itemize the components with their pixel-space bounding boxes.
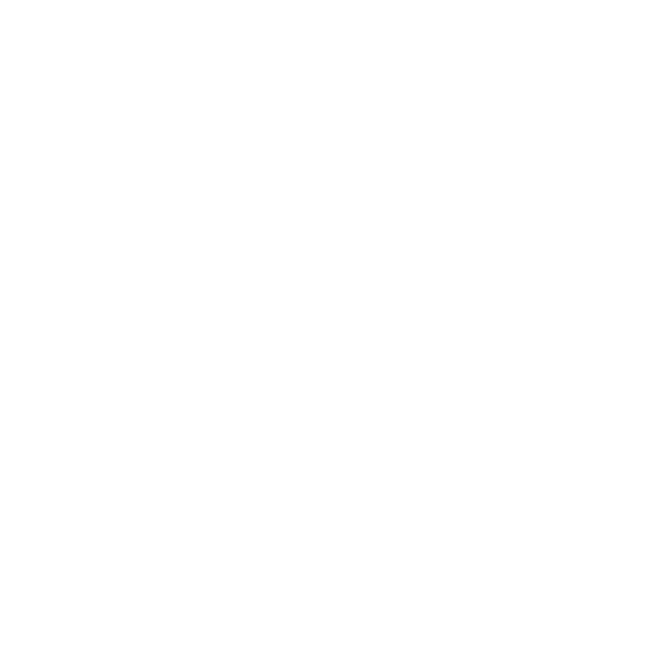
chess-board[interactable] xyxy=(17,16,643,642)
rank-labels xyxy=(0,16,17,646)
file-labels xyxy=(17,646,647,664)
chess-board-frame xyxy=(0,0,664,664)
